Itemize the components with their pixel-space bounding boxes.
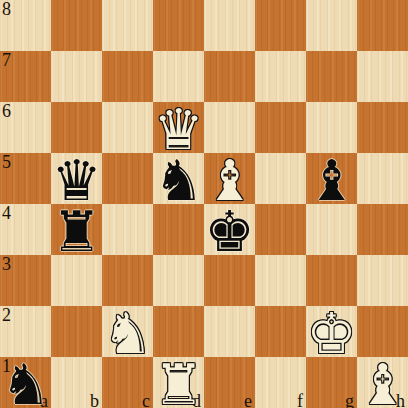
file-label-b: b [90,391,99,408]
square-h2[interactable] [357,306,408,357]
square-g7[interactable] [306,51,357,102]
square-h1[interactable]: h♝ [357,357,408,408]
square-f2[interactable] [255,306,306,357]
rank-label-6: 6 [2,101,11,121]
square-b6[interactable] [51,102,102,153]
square-g2[interactable]: ♚ [306,306,357,357]
square-a7[interactable]: 7 [0,51,51,102]
piece-white-king[interactable]: ♚ [306,308,356,359]
file-label-g: g [345,391,354,408]
square-e6[interactable] [204,102,255,153]
rank-label-7: 7 [2,50,11,70]
square-f5[interactable] [255,153,306,204]
square-d6[interactable]: ♛ [153,102,204,153]
square-d8[interactable] [153,0,204,51]
square-f8[interactable] [255,0,306,51]
file-label-e: e [244,391,252,408]
square-b1[interactable]: b [51,357,102,408]
square-a1[interactable]: 1a♞ [0,357,51,408]
rank-label-5: 5 [2,152,11,172]
square-e1[interactable]: e [204,357,255,408]
square-h3[interactable] [357,255,408,306]
square-e2[interactable] [204,306,255,357]
file-label-c: c [142,391,150,408]
square-g8[interactable] [306,0,357,51]
square-h6[interactable] [357,102,408,153]
square-g5[interactable]: ♝ [306,153,357,204]
square-d7[interactable] [153,51,204,102]
square-e7[interactable] [204,51,255,102]
square-e4[interactable]: ♚ [204,204,255,255]
square-e8[interactable] [204,0,255,51]
square-b4[interactable]: ♜ [51,204,102,255]
rank-label-2: 2 [2,305,11,325]
square-b5[interactable]: ♛ [51,153,102,204]
piece-white-knight[interactable]: ♞ [102,308,152,359]
square-a3[interactable]: 3 [0,255,51,306]
square-d1[interactable]: d♜ [153,357,204,408]
file-label-f: f [297,391,303,408]
square-c5[interactable] [102,153,153,204]
square-a8[interactable]: 8 [0,0,51,51]
square-g6[interactable] [306,102,357,153]
square-c7[interactable] [102,51,153,102]
square-b7[interactable] [51,51,102,102]
piece-black-bishop[interactable]: ♝ [306,155,356,206]
square-h4[interactable] [357,204,408,255]
piece-black-king[interactable]: ♚ [204,206,254,257]
rank-label-3: 3 [2,254,11,274]
piece-black-knight[interactable]: ♞ [153,155,203,206]
square-d3[interactable] [153,255,204,306]
piece-black-knight[interactable]: ♞ [0,359,50,408]
rank-label-8: 8 [2,0,11,19]
square-h7[interactable] [357,51,408,102]
square-a4[interactable]: 4 [0,204,51,255]
square-f1[interactable]: f [255,357,306,408]
square-a2[interactable]: 2 [0,306,51,357]
square-f4[interactable] [255,204,306,255]
square-c3[interactable] [102,255,153,306]
square-f6[interactable] [255,102,306,153]
square-h8[interactable] [357,0,408,51]
square-g3[interactable] [306,255,357,306]
piece-white-rook[interactable]: ♜ [153,359,203,408]
piece-white-bishop[interactable]: ♝ [357,359,407,408]
square-a6[interactable]: 6 [0,102,51,153]
square-b8[interactable] [51,0,102,51]
rank-label-4: 4 [2,203,11,223]
square-c4[interactable] [102,204,153,255]
square-b2[interactable] [51,306,102,357]
square-f7[interactable] [255,51,306,102]
square-c2[interactable]: ♞ [102,306,153,357]
square-c6[interactable] [102,102,153,153]
square-a5[interactable]: 5 [0,153,51,204]
square-d2[interactable] [153,306,204,357]
chess-board: 876♛5♛♞♝♝4♜♚32♞♚1a♞bcd♜efgh♝ [0,0,408,408]
piece-black-rook[interactable]: ♜ [51,206,101,257]
square-h5[interactable] [357,153,408,204]
square-e5[interactable]: ♝ [204,153,255,204]
square-f3[interactable] [255,255,306,306]
square-c8[interactable] [102,0,153,51]
square-d5[interactable]: ♞ [153,153,204,204]
